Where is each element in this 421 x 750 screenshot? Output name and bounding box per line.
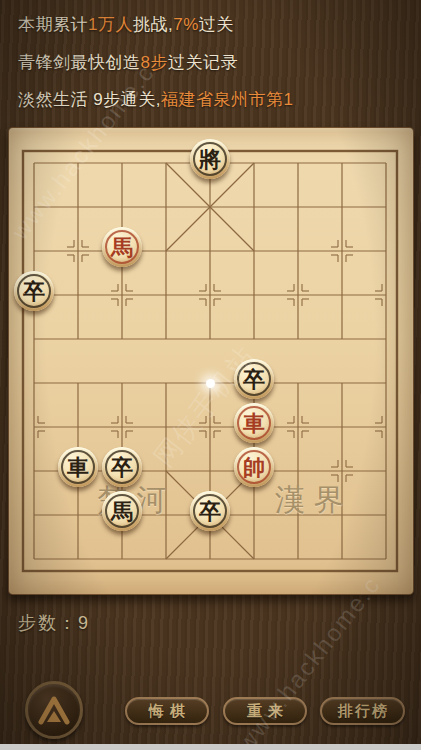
stats-segment: 过关记录 xyxy=(168,53,238,72)
piece-red-車[interactable]: 車 xyxy=(234,403,274,443)
piece-black-將[interactable]: 將 xyxy=(190,139,230,179)
stats-line-challenges: 本期累计1万人挑战,7%过关 xyxy=(18,15,234,35)
stats-segment: 1万人 xyxy=(88,15,133,34)
xiangqi-board[interactable]: 楚河 漢界 將馬卒卒車帥車卒馬卒 xyxy=(8,127,414,595)
piece-red-馬[interactable]: 馬 xyxy=(102,227,142,267)
piece-black-卒[interactable]: 卒 xyxy=(102,447,142,487)
home-button[interactable] xyxy=(25,681,83,739)
piece-black-卒[interactable]: 卒 xyxy=(234,359,274,399)
stats-segment: 过关 xyxy=(199,15,234,34)
piece-black-車[interactable]: 車 xyxy=(58,447,98,487)
undo-move-button[interactable]: 悔棋 xyxy=(125,697,209,725)
stats-line-winner: 淡然生活 9步通关,福建省泉州市第1 xyxy=(18,90,293,110)
stats-segment: 7% xyxy=(173,15,199,34)
piece-red-帥[interactable]: 帥 xyxy=(234,447,274,487)
app-screen: 本期累计1万人挑战,7%过关 青锋剑最快创造8步过关记录 淡然生活 9步通关,福… xyxy=(0,0,421,750)
stats-segment: 8步 xyxy=(141,53,168,72)
river-label-han-jie: 漢界 xyxy=(275,480,353,521)
step-counter-label: 步数： xyxy=(18,613,78,633)
step-counter: 步数：9 xyxy=(18,611,90,635)
piece-black-卒[interactable]: 卒 xyxy=(190,491,230,531)
move-indicator-dot xyxy=(206,379,215,388)
stats-segment: 福建省泉州市第1 xyxy=(161,90,293,109)
stats-segment: 淡然生活 9步通关, xyxy=(18,90,161,109)
stats-line-record: 青锋剑最快创造8步过关记录 xyxy=(18,53,238,73)
stats-segment: 青锋剑最快创造 xyxy=(18,53,141,72)
leaderboard-button[interactable]: 排行榜 xyxy=(320,697,405,725)
stats-segment: 挑战, xyxy=(133,15,173,34)
piece-black-卒[interactable]: 卒 xyxy=(14,271,54,311)
bottom-strip xyxy=(0,744,421,750)
piece-black-馬[interactable]: 馬 xyxy=(102,491,142,531)
step-counter-value: 9 xyxy=(78,613,90,633)
mountain-icon xyxy=(37,695,71,725)
restart-button[interactable]: 重来 xyxy=(223,697,307,725)
stats-segment: 本期累计 xyxy=(18,15,88,34)
